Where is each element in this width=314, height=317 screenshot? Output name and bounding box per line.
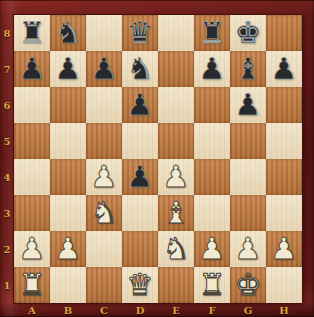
square-d4[interactable]: ♟ [122, 159, 158, 195]
square-g2[interactable]: ♟ [230, 231, 266, 267]
square-b7[interactable]: ♟ [50, 51, 86, 87]
piece-black-knight[interactable]: ♞ [122, 51, 158, 87]
square-f1[interactable]: ♜ [194, 267, 230, 303]
square-g7[interactable]: ♝ [230, 51, 266, 87]
square-b8[interactable]: ♞ [50, 15, 86, 51]
square-e6[interactable] [158, 87, 194, 123]
piece-black-pawn[interactable]: ♟ [194, 51, 230, 87]
square-c4[interactable]: ♟ [86, 159, 122, 195]
piece-black-rook[interactable]: ♜ [14, 15, 50, 51]
piece-white-pawn[interactable]: ♟ [194, 231, 230, 267]
square-b3[interactable] [50, 195, 86, 231]
piece-white-pawn[interactable]: ♟ [86, 159, 122, 195]
square-a6[interactable] [14, 87, 50, 123]
piece-white-bishop[interactable]: ♝ [158, 195, 194, 231]
file-label-a: A [14, 302, 50, 317]
piece-white-pawn[interactable]: ♟ [158, 159, 194, 195]
file-label-d: D [122, 302, 158, 317]
piece-black-rook[interactable]: ♜ [194, 15, 230, 51]
rank-label-3: 3 [0, 195, 14, 231]
rank-label-6: 6 [0, 87, 14, 123]
square-b4[interactable] [50, 159, 86, 195]
piece-white-knight[interactable]: ♞ [158, 231, 194, 267]
file-label-f: F [194, 302, 230, 317]
piece-white-queen[interactable]: ♛ [122, 267, 158, 303]
square-g3[interactable] [230, 195, 266, 231]
rank-label-1: 1 [0, 267, 14, 303]
piece-black-pawn[interactable]: ♟ [230, 87, 266, 123]
square-a5[interactable] [14, 123, 50, 159]
piece-white-rook[interactable]: ♜ [14, 267, 50, 303]
square-f6[interactable] [194, 87, 230, 123]
square-d5[interactable] [122, 123, 158, 159]
square-e4[interactable]: ♟ [158, 159, 194, 195]
square-f8[interactable]: ♜ [194, 15, 230, 51]
square-a3[interactable] [14, 195, 50, 231]
square-d2[interactable] [122, 231, 158, 267]
square-g5[interactable] [230, 123, 266, 159]
square-h5[interactable] [266, 123, 302, 159]
square-h8[interactable] [266, 15, 302, 51]
square-e5[interactable] [158, 123, 194, 159]
square-e2[interactable]: ♞ [158, 231, 194, 267]
square-g6[interactable]: ♟ [230, 87, 266, 123]
file-label-e: E [158, 302, 194, 317]
piece-black-pawn[interactable]: ♟ [50, 51, 86, 87]
piece-white-rook[interactable]: ♜ [194, 267, 230, 303]
piece-black-king[interactable]: ♚ [230, 15, 266, 51]
square-c7[interactable]: ♟ [86, 51, 122, 87]
square-h1[interactable] [266, 267, 302, 303]
rank-label-8: 8 [0, 15, 14, 51]
square-a2[interactable]: ♟ [14, 231, 50, 267]
square-d1[interactable]: ♛ [122, 267, 158, 303]
square-f4[interactable] [194, 159, 230, 195]
square-c8[interactable] [86, 15, 122, 51]
square-f5[interactable] [194, 123, 230, 159]
square-h7[interactable]: ♟ [266, 51, 302, 87]
rank-labels: 87654321 [0, 15, 14, 303]
square-a1[interactable]: ♜ [14, 267, 50, 303]
piece-white-pawn[interactable]: ♟ [14, 231, 50, 267]
square-h6[interactable] [266, 87, 302, 123]
square-b2[interactable]: ♟ [50, 231, 86, 267]
square-c5[interactable] [86, 123, 122, 159]
board: ♜♞♛♜♚♟♟♟♞♟♝♟♟♟♟♟♟♞♝♟♟♞♟♟♟♜♛♜♚ [14, 15, 302, 303]
file-label-h: H [266, 302, 302, 317]
piece-black-pawn[interactable]: ♟ [122, 87, 158, 123]
rank-label-5: 5 [0, 123, 14, 159]
rank-label-4: 4 [0, 159, 14, 195]
square-c1[interactable] [86, 267, 122, 303]
square-e7[interactable] [158, 51, 194, 87]
piece-black-pawn[interactable]: ♟ [86, 51, 122, 87]
square-d6[interactable]: ♟ [122, 87, 158, 123]
square-f7[interactable]: ♟ [194, 51, 230, 87]
square-f3[interactable] [194, 195, 230, 231]
chessboard-frame: 87654321 ♜♞♛♜♚♟♟♟♞♟♝♟♟♟♟♟♟♞♝♟♟♞♟♟♟♜♛♜♚ A… [0, 0, 314, 317]
file-label-b: B [50, 302, 86, 317]
square-b5[interactable] [50, 123, 86, 159]
square-d7[interactable]: ♞ [122, 51, 158, 87]
piece-white-pawn[interactable]: ♟ [50, 231, 86, 267]
square-h3[interactable] [266, 195, 302, 231]
rank-label-7: 7 [0, 51, 14, 87]
square-c6[interactable] [86, 87, 122, 123]
square-h4[interactable] [266, 159, 302, 195]
file-label-c: C [86, 302, 122, 317]
square-e3[interactable]: ♝ [158, 195, 194, 231]
piece-black-pawn[interactable]: ♟ [266, 51, 302, 87]
square-a4[interactable] [14, 159, 50, 195]
square-f2[interactable]: ♟ [194, 231, 230, 267]
piece-black-queen[interactable]: ♛ [122, 15, 158, 51]
square-a7[interactable]: ♟ [14, 51, 50, 87]
square-b1[interactable] [50, 267, 86, 303]
piece-black-bishop[interactable]: ♝ [230, 51, 266, 87]
square-b6[interactable] [50, 87, 86, 123]
piece-white-king[interactable]: ♚ [230, 267, 266, 303]
piece-black-knight[interactable]: ♞ [50, 15, 86, 51]
square-c3[interactable]: ♞ [86, 195, 122, 231]
piece-white-pawn[interactable]: ♟ [266, 231, 302, 267]
square-e8[interactable] [158, 15, 194, 51]
piece-black-pawn[interactable]: ♟ [122, 159, 158, 195]
square-a8[interactable]: ♜ [14, 15, 50, 51]
square-d3[interactable] [122, 195, 158, 231]
file-labels: ABCDEFGH [14, 302, 302, 317]
square-g1[interactable]: ♚ [230, 267, 266, 303]
rank-label-2: 2 [0, 231, 14, 267]
piece-white-pawn[interactable]: ♟ [230, 231, 266, 267]
piece-white-knight[interactable]: ♞ [86, 195, 122, 231]
square-c2[interactable] [86, 231, 122, 267]
square-h2[interactable]: ♟ [266, 231, 302, 267]
file-label-g: G [230, 302, 266, 317]
piece-black-pawn[interactable]: ♟ [14, 51, 50, 87]
square-g4[interactable] [230, 159, 266, 195]
square-g8[interactable]: ♚ [230, 15, 266, 51]
square-d8[interactable]: ♛ [122, 15, 158, 51]
square-e1[interactable] [158, 267, 194, 303]
